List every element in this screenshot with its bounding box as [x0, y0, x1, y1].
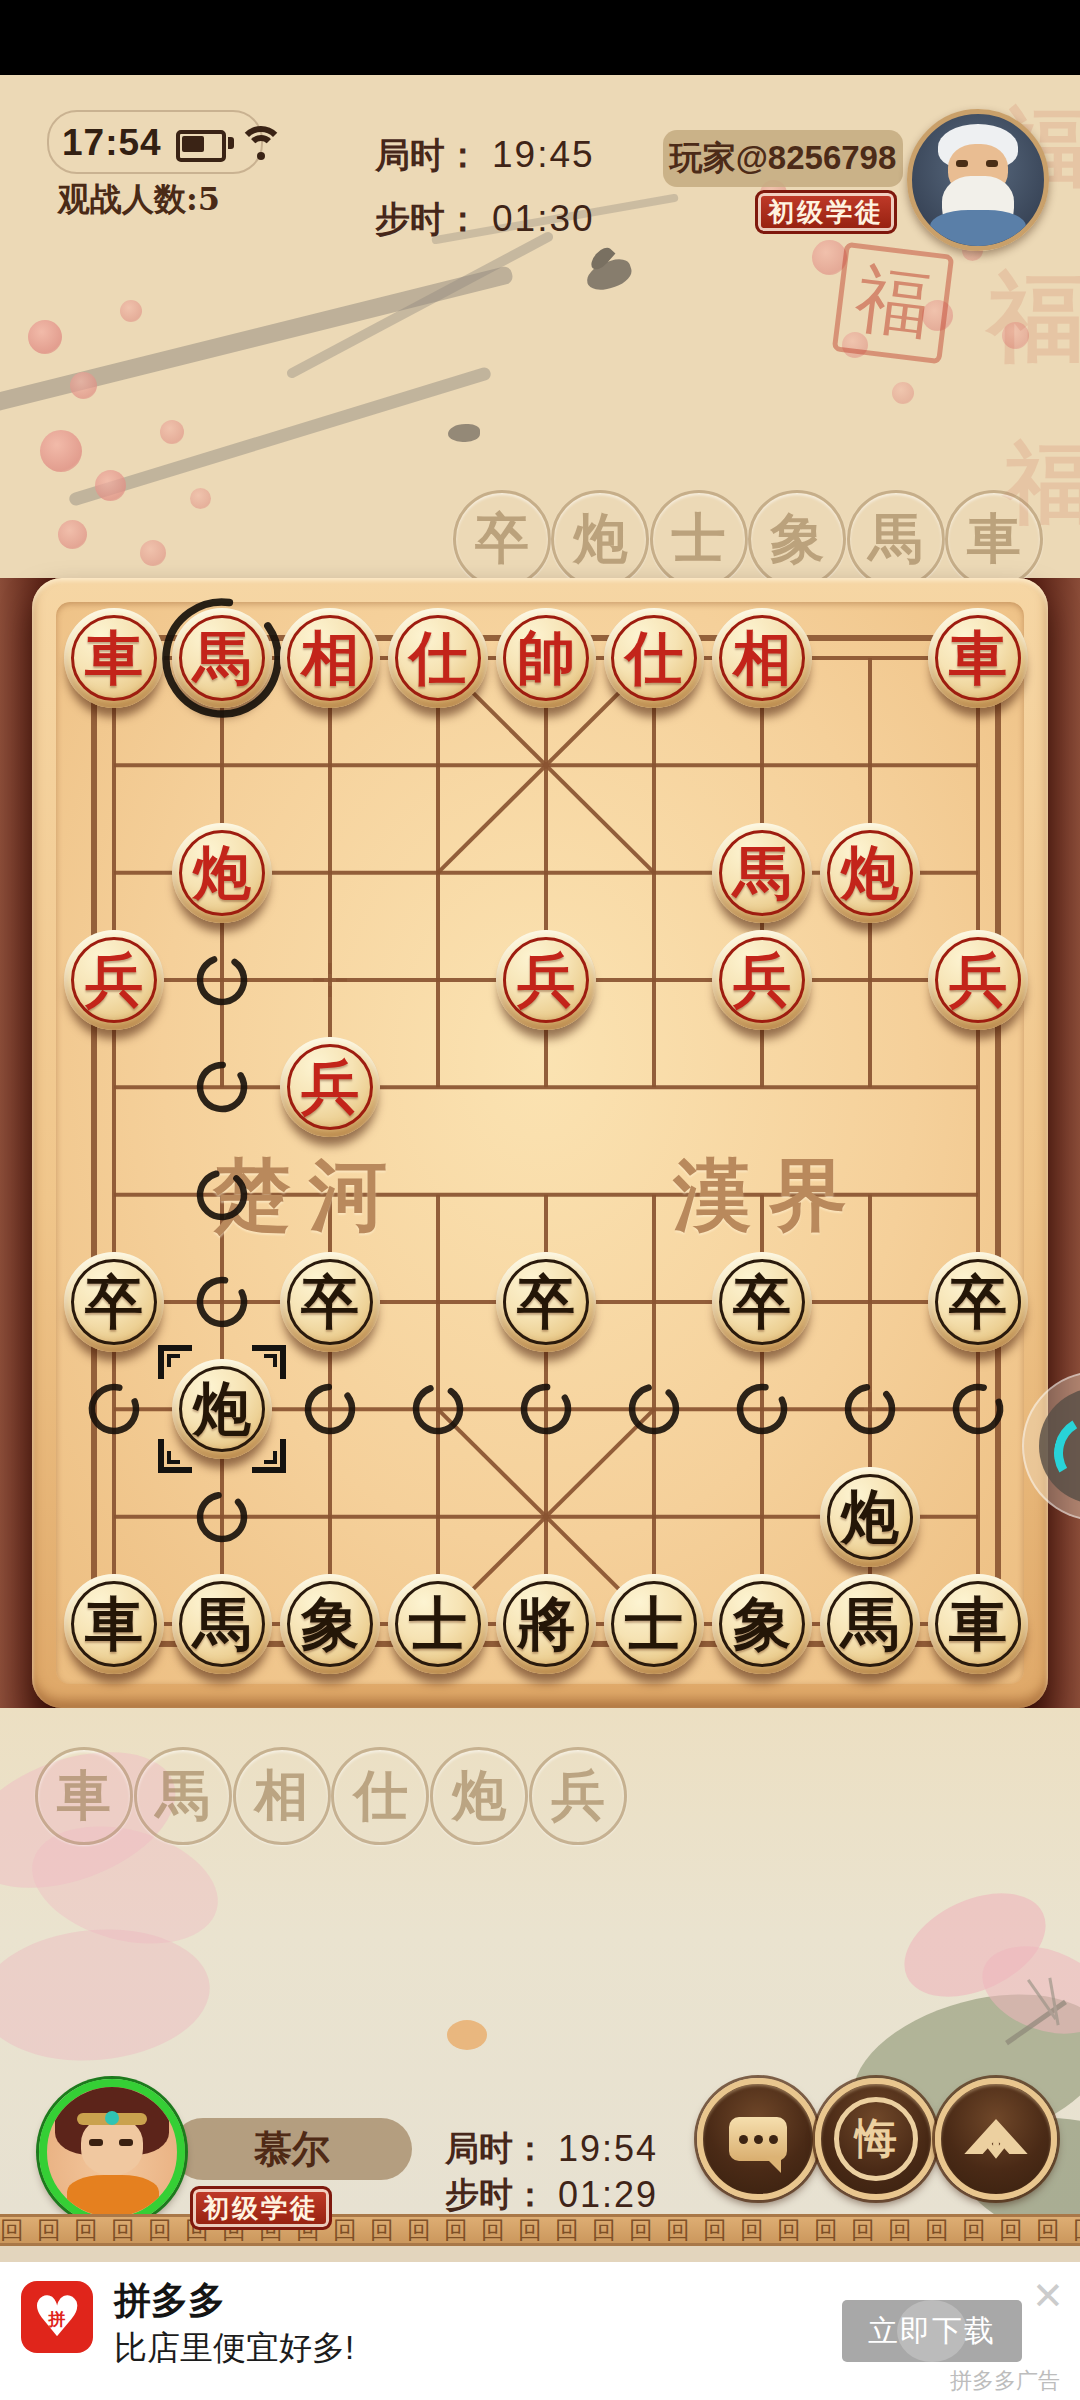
- top-player-rank-badge: 初级学徒: [755, 190, 897, 234]
- sparrow-icon: [583, 256, 635, 295]
- bottom-move-time-label: 步时：: [445, 2172, 547, 2218]
- piece-black-馬[interactable]: 馬: [172, 1574, 272, 1674]
- selection-corner-icon: [252, 1345, 286, 1379]
- piece-red-相[interactable]: 相: [280, 608, 380, 708]
- photo-band: [0, 2246, 1080, 2262]
- piece-black-將[interactable]: 將: [496, 1574, 596, 1674]
- piece-red-兵[interactable]: 兵: [280, 1037, 380, 1137]
- captured-tray-top: 卒炮士象馬車: [453, 490, 1053, 582]
- piece-red-兵[interactable]: 兵: [928, 930, 1028, 1030]
- battery-cap-icon: [228, 137, 234, 149]
- wifi-icon: [238, 126, 284, 166]
- piece-black-炮[interactable]: 炮: [172, 1359, 272, 1459]
- top-player-avatar[interactable]: [907, 109, 1049, 251]
- ad-banner[interactable]: ♥拼 拼多多 比店里便宜好多! 立即下载 ✕ 拼多多广告: [0, 2262, 1080, 2400]
- piece-black-卒[interactable]: 卒: [280, 1252, 380, 1352]
- selection-corner-icon: [158, 1439, 192, 1473]
- piece-red-兵[interactable]: 兵: [64, 930, 164, 1030]
- piece-black-炮[interactable]: 炮: [820, 1467, 920, 1567]
- captured-slot-炮: 炮: [430, 1747, 528, 1845]
- top-game-time: 19:45: [492, 134, 595, 176]
- piece-black-車[interactable]: 車: [928, 1574, 1028, 1674]
- captured-slot-車: 車: [35, 1747, 133, 1845]
- piece-red-馬[interactable]: 馬: [712, 823, 812, 923]
- battery-icon: [176, 130, 226, 162]
- piece-red-炮[interactable]: 炮: [172, 823, 272, 923]
- bottom-move-time: 01:29: [558, 2174, 658, 2216]
- piece-red-兵[interactable]: 兵: [496, 930, 596, 1030]
- piece-black-車[interactable]: 車: [64, 1574, 164, 1674]
- captured-slot-兵: 兵: [529, 1747, 627, 1845]
- captured-slot-士: 士: [650, 490, 748, 588]
- piece-black-士[interactable]: 士: [388, 1574, 488, 1674]
- ad-title: 拼多多: [114, 2276, 225, 2326]
- captured-slot-車: 車: [945, 490, 1043, 588]
- piece-black-馬[interactable]: 馬: [820, 1574, 920, 1674]
- captured-slot-炮: 炮: [551, 490, 649, 588]
- piece-red-帥[interactable]: 帥: [496, 608, 596, 708]
- piece-layer: 車馬相仕帥仕相車炮馬炮兵兵兵兵兵卒卒卒卒卒炮炮車馬象士將士象馬車: [32, 578, 1048, 1708]
- piece-red-兵[interactable]: 兵: [712, 930, 812, 1030]
- piece-black-象[interactable]: 象: [712, 1574, 812, 1674]
- piece-red-仕[interactable]: 仕: [388, 608, 488, 708]
- ad-download-label: 立即下载: [868, 2311, 996, 2352]
- piece-red-車[interactable]: 車: [64, 608, 164, 708]
- piece-red-馬[interactable]: 馬: [172, 608, 272, 708]
- piece-black-卒[interactable]: 卒: [928, 1252, 1028, 1352]
- sparrow2-icon: [448, 424, 480, 442]
- undo-button[interactable]: 悔: [815, 2078, 937, 2200]
- pinduoduo-logo-icon[interactable]: ♥拼: [21, 2281, 93, 2353]
- android-statusbar: [0, 0, 1080, 75]
- top-player-nameplate: 玩家@8256798: [663, 130, 903, 187]
- captured-tray-bottom: 車馬相仕炮兵: [35, 1747, 635, 1839]
- piece-black-象[interactable]: 象: [280, 1574, 380, 1674]
- ad-subtitle: 比店里便宜好多!: [114, 2326, 354, 2371]
- bottom-game-time: 19:54: [558, 2128, 658, 2170]
- system-time: 17:54: [62, 122, 162, 164]
- ad-sponsor-label: 拼多多广告: [950, 2366, 1060, 2396]
- piece-black-卒[interactable]: 卒: [712, 1252, 812, 1352]
- top-move-time-label: 步时：: [375, 196, 480, 243]
- side-drawer-handle[interactable]: [1018, 1369, 1080, 1523]
- spectator-count: 观战人数:5: [58, 178, 220, 222]
- piece-black-卒[interactable]: 卒: [496, 1252, 596, 1352]
- piece-red-炮[interactable]: 炮: [820, 823, 920, 923]
- undo-icon: 悔: [834, 2097, 918, 2181]
- chat-button[interactable]: [697, 2078, 819, 2200]
- piece-red-車[interactable]: 車: [928, 608, 1028, 708]
- captured-slot-卒: 卒: [453, 490, 551, 588]
- xiangqi-board[interactable]: 楚河 漢界 車馬相仕帥仕相車炮馬炮兵兵兵兵兵卒卒卒卒卒炮炮車馬象士將士象馬車: [32, 578, 1048, 1708]
- piece-red-仕[interactable]: 仕: [604, 608, 704, 708]
- bottom-player-rank-badge: 初级学徒: [190, 2186, 332, 2230]
- bottom-game-time-label: 局时：: [445, 2126, 547, 2172]
- selection-corner-icon: [158, 1345, 192, 1379]
- captured-slot-馬: 馬: [134, 1747, 232, 1845]
- captured-slot-馬: 馬: [847, 490, 945, 588]
- meander-border: 回回回回回回回回回回回回回回回回回回回回回回回回回回回回回回回回回回回回回回回回: [0, 2214, 1080, 2246]
- capture-target-ink-ring: [160, 596, 284, 720]
- bottom-player-avatar[interactable]: [39, 2079, 185, 2225]
- captured-slot-象: 象: [748, 490, 846, 588]
- piece-black-卒[interactable]: 卒: [64, 1252, 164, 1352]
- game-screen: 福 福 福 福 17:54 观战人数:5 局时： 19:45 步时： 01:30…: [0, 0, 1080, 2400]
- top-game-time-label: 局时：: [375, 132, 480, 179]
- fold-menu-button[interactable]: [935, 2078, 1057, 2200]
- captured-slot-仕: 仕: [331, 1747, 429, 1845]
- top-move-time: 01:30: [492, 198, 595, 240]
- piece-red-相[interactable]: 相: [712, 608, 812, 708]
- captured-slot-相: 相: [233, 1747, 331, 1845]
- bottom-player-nameplate: 慕尔: [172, 2118, 412, 2180]
- fold-arrow-icon: [956, 2099, 1036, 2179]
- piece-black-士[interactable]: 士: [604, 1574, 704, 1674]
- ad-download-button[interactable]: 立即下载: [842, 2300, 1022, 2362]
- ad-close-icon[interactable]: ✕: [1032, 2274, 1064, 2318]
- fu-stamp-watermark: 福: [832, 242, 955, 365]
- chat-bubble-icon: [729, 2117, 787, 2161]
- board-belt: 楚河 漢界 車馬相仕帥仕相車炮馬炮兵兵兵兵兵卒卒卒卒卒炮炮車馬象士將士象馬車: [0, 578, 1080, 1710]
- watermark-char: 福: [988, 254, 1080, 384]
- selection-corner-icon: [252, 1439, 286, 1473]
